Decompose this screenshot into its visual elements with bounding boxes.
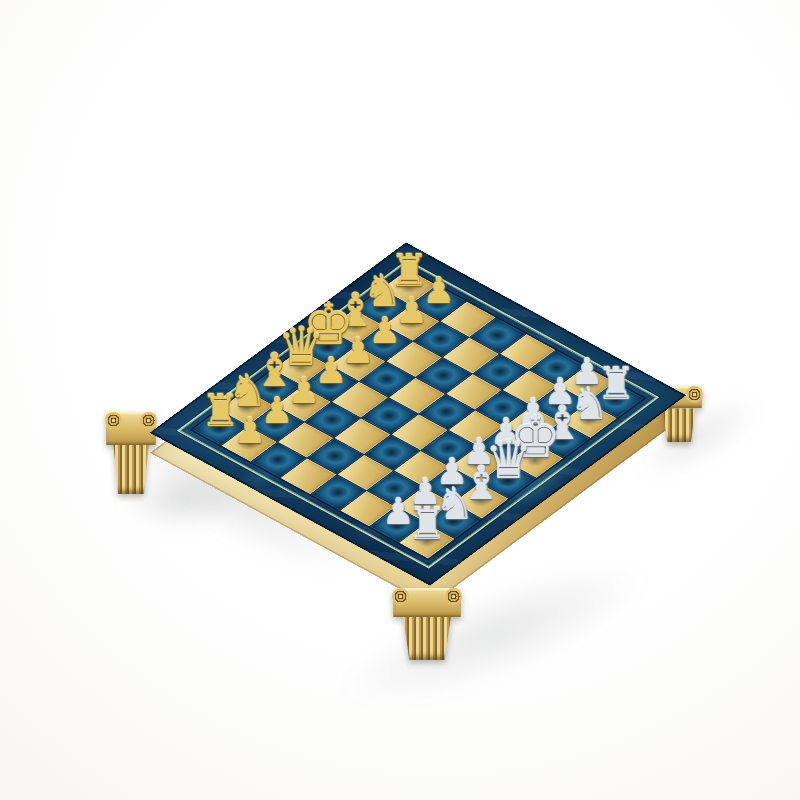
foot-capital [106,412,156,445]
volute-icon [140,412,157,429]
board-grid: ♜♞♝♛♚♝♞♜♟♟♟♟♟♟♟♟♟♟♟♟♟♟♟♟♜♞♝♛♚♝♞♜ [191,269,645,560]
foot-flutes [656,408,702,442]
volute-icon [445,588,462,605]
volute-icon [392,588,409,605]
volute-icon [105,412,122,429]
board-foot-front [393,588,461,660]
foot-flutes [106,445,156,494]
chess-piece-icon: ♟ [216,413,284,449]
chess-piece-icon: ♜ [393,502,461,546]
product-photo-scene: ♜♞♝♛♚♝♞♜♟♟♟♟♟♟♟♟♟♟♟♟♟♟♟♟♜♞♝♛♚♝♞♜ [0,0,800,800]
volute-icon [686,386,703,403]
board-foot-left [106,412,156,494]
chess-board: ♜♞♝♛♚♝♞♜♟♟♟♟♟♟♟♟♟♟♟♟♟♟♟♟♜♞♝♛♚♝♞♜ [150,242,686,585]
foot-flutes [393,617,461,660]
foot-capital [393,588,461,617]
